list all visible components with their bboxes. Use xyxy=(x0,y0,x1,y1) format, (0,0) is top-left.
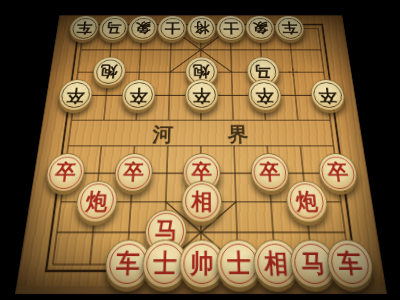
piece-glyph: 马 xyxy=(300,251,326,277)
piece-glyph: 相 xyxy=(191,190,213,212)
piece-glyph: 士 xyxy=(227,251,251,277)
scene: 河 界 车马象士将士象车炮炮马卒卒卒卒卒卒卒卒卒卒炮相炮马车士帅士相马车 xyxy=(0,0,400,300)
piece-glyph: 卒 xyxy=(123,162,145,183)
piece-glyph: 象 xyxy=(252,21,268,34)
piece-glyph: 帅 xyxy=(190,251,214,277)
piece-glyph: 卒 xyxy=(255,87,274,104)
piece-glyph: 马 xyxy=(105,21,122,34)
piece-black-advisor[interactable]: 士 xyxy=(216,15,246,40)
piece-glyph: 象 xyxy=(135,21,151,34)
perspective-wrapper: 河 界 车马象士将士象车炮炮马卒卒卒卒卒卒卒卒卒卒炮相炮马车士帅士相马车 xyxy=(0,0,400,300)
xiangqi-board: 河 界 车马象士将士象车炮炮马卒卒卒卒卒卒卒卒卒卒炮相炮马车士帅士相马车 xyxy=(15,15,387,294)
piece-glyph: 卒 xyxy=(326,162,349,183)
piece-glyph: 卒 xyxy=(318,87,338,104)
piece-glyph: 车 xyxy=(115,251,140,277)
piece-glyph: 卒 xyxy=(54,162,77,183)
piece-glyph: 炮 xyxy=(295,190,319,212)
piece-glyph: 士 xyxy=(164,21,180,34)
piece-red-elephant[interactable]: 相 xyxy=(181,181,222,222)
piece-glyph: 马 xyxy=(254,64,272,79)
river-label-left: 河 xyxy=(150,121,175,148)
piece-glyph: 相 xyxy=(263,251,288,277)
piece-black-soldier[interactable]: 卒 xyxy=(185,79,219,110)
piece-glyph: 车 xyxy=(281,21,298,34)
piece-black-general[interactable]: 将 xyxy=(187,15,217,40)
piece-glyph: 卒 xyxy=(259,162,281,183)
piece-glyph: 士 xyxy=(153,251,177,277)
piece-glyph: 炮 xyxy=(193,64,210,79)
piece-glyph: 卒 xyxy=(191,162,212,183)
piece-glyph: 卒 xyxy=(193,87,211,104)
piece-glyph: 士 xyxy=(223,21,239,34)
piece-glyph: 炮 xyxy=(85,190,109,212)
piece-glyph: 炮 xyxy=(100,64,119,79)
piece-glyph: 卒 xyxy=(129,87,148,104)
piece-glyph: 车 xyxy=(337,251,364,277)
piece-glyph: 卒 xyxy=(66,87,86,104)
river-label-right: 界 xyxy=(226,121,251,148)
piece-glyph: 车 xyxy=(76,21,93,34)
piece-glyph: 将 xyxy=(194,21,210,34)
